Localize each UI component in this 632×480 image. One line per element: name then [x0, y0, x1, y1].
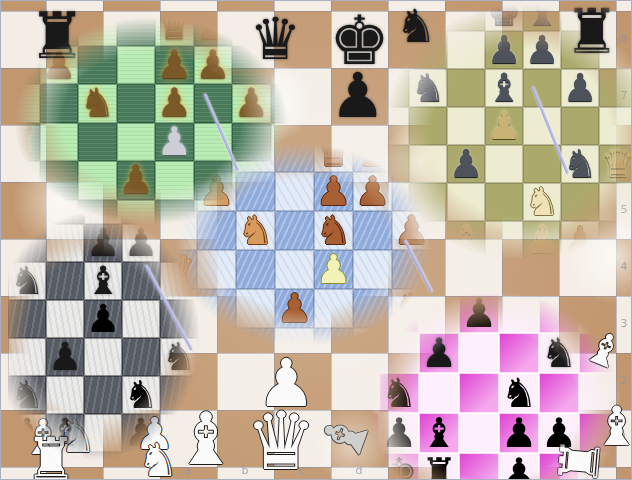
white-bishop-tilted: ♝ [570, 316, 632, 382]
white-rook-lying: ♜ [548, 425, 614, 480]
foreground-pieces: ♜♝♝♜ [1, 1, 631, 479]
chess-theme-collage: 87654321abcdefgh ♜♛♚♟♞♝♞♜♟♞♝♛♟♝ ♛♟♟♟♟♞♟♟… [0, 0, 632, 480]
black-rook-corner: ♜ [553, 0, 631, 66]
